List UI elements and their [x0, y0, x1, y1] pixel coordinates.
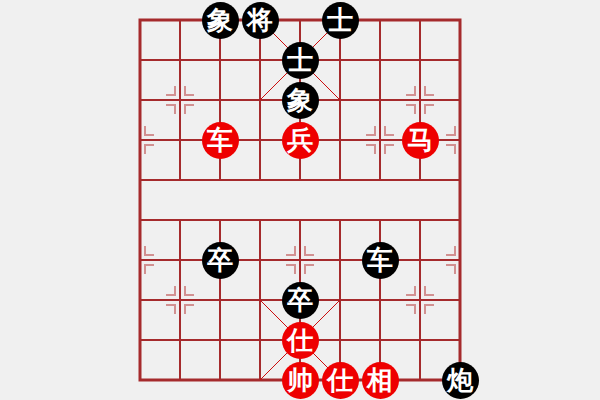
- piece-black-elephant[interactable]: 象: [282, 82, 319, 119]
- piece-black-chariot[interactable]: 车: [362, 242, 399, 279]
- piece-black-soldier[interactable]: 卒: [282, 282, 319, 319]
- piece-red-advisor[interactable]: 仕: [322, 362, 359, 399]
- piece-black-general[interactable]: 将: [242, 2, 279, 39]
- piece-black-advisor[interactable]: 士: [282, 42, 319, 79]
- piece-black-soldier[interactable]: 卒: [202, 242, 239, 279]
- pieces-layer: 象将士士象车兵马卒车卒仕帅仕相炮: [120, 0, 480, 400]
- piece-red-horse[interactable]: 马: [402, 122, 439, 159]
- piece-red-general[interactable]: 帅: [282, 362, 319, 399]
- piece-red-advisor[interactable]: 仕: [282, 322, 319, 359]
- piece-black-cannon[interactable]: 炮: [442, 362, 479, 399]
- piece-black-advisor[interactable]: 士: [322, 2, 359, 39]
- piece-red-elephant[interactable]: 相: [362, 362, 399, 399]
- xiangqi-app: 象将士士象车兵马卒车卒仕帅仕相炮: [0, 0, 600, 400]
- piece-red-soldier[interactable]: 兵: [282, 122, 319, 159]
- piece-black-elephant[interactable]: 象: [202, 2, 239, 39]
- piece-red-chariot[interactable]: 车: [202, 122, 239, 159]
